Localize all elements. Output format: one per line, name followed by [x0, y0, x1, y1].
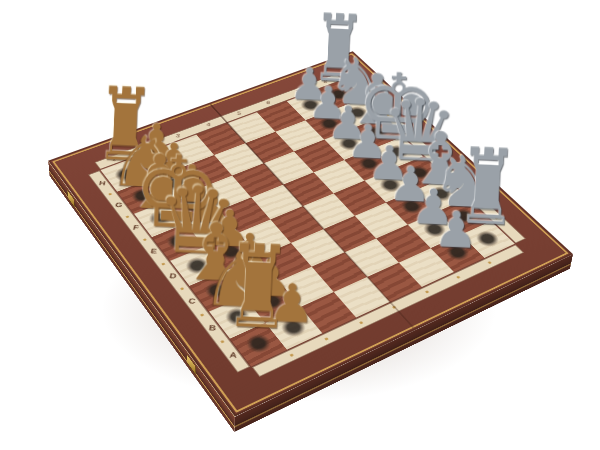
coordinate-label: 8 — [324, 80, 328, 85]
square-d7[interactable]: ♟ — [364, 168, 415, 202]
board-top-face: 87654321 HGFEDCBA ♜♞♝♚♛♝♞♜♟♟♟♟♟♟♟♟♟♟♟♟♟♟… — [48, 51, 573, 417]
square-g5[interactable] — [245, 131, 294, 163]
border-cell: 8 — [309, 74, 343, 91]
black-pawn-d7[interactable]: ♟ — [367, 138, 411, 187]
border-cell: 6 — [251, 94, 286, 111]
coordinate-label: 6 — [266, 101, 270, 106]
border-cell: 7 — [280, 84, 315, 101]
coordinate-label: 4 — [206, 122, 211, 127]
black-pawn-f7[interactable]: ♟ — [326, 98, 369, 145]
square-f6[interactable] — [294, 140, 344, 172]
photo-scene: 87654321 HGFEDCBA ♜♞♝♚♛♝♞♜♟♟♟♟♟♟♟♟♟♟♟♟♟♟… — [0, 0, 600, 450]
coordinate-label: D — [169, 272, 177, 279]
coordinate-label: 1 — [111, 157, 116, 162]
square-e5[interactable] — [283, 172, 334, 206]
square-f7[interactable]: ♟ — [324, 128, 373, 160]
white-rook-a1[interactable]: ♜ — [223, 229, 292, 346]
square-e6[interactable] — [314, 160, 365, 193]
black-king-e8[interactable]: ♚ — [355, 60, 441, 155]
black-pawn-a7[interactable]: ♟ — [433, 203, 480, 255]
square-g7[interactable]: ♟ — [305, 109, 353, 139]
brass-hinge-left — [67, 190, 74, 206]
border-cell: 4 — [190, 116, 227, 134]
black-pawn-e7[interactable]: ♟ — [346, 118, 389, 166]
border-cell: 5 — [221, 105, 257, 123]
board-world: 87654321 HGFEDCBA ♜♞♝♚♛♝♞♜♟♟♟♟♟♟♟♟♟♟♟♟♟♟… — [0, 0, 600, 450]
square-e7[interactable]: ♟ — [344, 148, 394, 181]
coordinate-label: 5 — [237, 111, 242, 116]
square-g6[interactable] — [276, 120, 325, 151]
square-d6[interactable] — [334, 181, 386, 216]
square-f5[interactable] — [264, 151, 314, 184]
border-cell — [403, 132, 434, 156]
coordinate-label: 7 — [295, 90, 299, 95]
coordinate-label: H — [98, 180, 106, 186]
